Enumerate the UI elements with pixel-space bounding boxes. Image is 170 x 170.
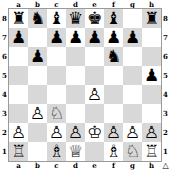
square-a1[interactable]: ♖: [9, 142, 28, 161]
square-f2[interactable]: ♙: [104, 123, 123, 142]
square-e8[interactable]: ♚: [85, 9, 104, 28]
chess-diagram: abcdefgh 87654321 ♜♞♝♛♚♝♜♟♟♟♟♟♟♟♞♟♙♙♘♙♙♙…: [0, 0, 170, 170]
square-e3[interactable]: [85, 104, 104, 123]
white-bishop: ♗: [106, 142, 121, 161]
square-g6[interactable]: [123, 47, 142, 66]
rank-label: 3: [0, 104, 9, 123]
rank-label: 4: [0, 85, 9, 104]
square-e4[interactable]: ♙: [85, 85, 104, 104]
white-pawn: ♙: [68, 123, 83, 142]
square-b6[interactable]: ♟: [28, 47, 47, 66]
square-d2[interactable]: ♙: [66, 123, 85, 142]
white-pawn: ♙: [125, 123, 140, 142]
square-d4[interactable]: [66, 85, 85, 104]
square-f1[interactable]: ♗: [104, 142, 123, 161]
file-label: e: [85, 0, 104, 9]
file-label: a: [9, 161, 28, 170]
square-b7[interactable]: [28, 28, 47, 47]
square-a2[interactable]: ♙: [9, 123, 28, 142]
white-pawn: ♙: [87, 85, 102, 104]
rank-label: 2: [161, 123, 170, 142]
square-h6[interactable]: [142, 47, 161, 66]
black-pawn: ♟: [87, 28, 102, 47]
white-knight: ♘: [49, 104, 64, 123]
square-c1[interactable]: ♗: [47, 142, 66, 161]
square-f5[interactable]: [104, 66, 123, 85]
file-labels-bottom: abcdefgh: [9, 161, 161, 170]
rank-label: 7: [0, 28, 9, 47]
file-label: b: [28, 0, 47, 9]
corner-top-right: [161, 0, 170, 9]
black-pawn: ♟: [49, 28, 64, 47]
black-pawn: ♟: [30, 47, 45, 66]
square-c8[interactable]: ♝: [47, 9, 66, 28]
black-queen: ♛: [68, 9, 83, 28]
square-h8[interactable]: ♜: [142, 9, 161, 28]
rank-label: 3: [161, 104, 170, 123]
white-to-move-triangle-icon: △: [162, 161, 168, 170]
file-label: b: [28, 161, 47, 170]
rank-label: 1: [161, 142, 170, 161]
rank-label: 2: [0, 123, 9, 142]
square-c3[interactable]: ♘: [47, 104, 66, 123]
square-d7[interactable]: ♟: [66, 28, 85, 47]
black-knight: ♞: [30, 9, 45, 28]
black-rook: ♜: [144, 9, 159, 28]
white-pawn: ♙: [11, 123, 26, 142]
file-label: c: [47, 0, 66, 9]
square-c5[interactable]: [47, 66, 66, 85]
rank-label: 6: [0, 47, 9, 66]
file-label: f: [104, 161, 123, 170]
rank-label: 7: [161, 28, 170, 47]
black-pawn: ♟: [106, 28, 121, 47]
square-c6[interactable]: [47, 47, 66, 66]
square-b5[interactable]: [28, 66, 47, 85]
square-a6[interactable]: [9, 47, 28, 66]
file-label: e: [85, 161, 104, 170]
file-label: c: [47, 161, 66, 170]
rank-label: 6: [161, 47, 170, 66]
rank-label: 5: [0, 66, 9, 85]
square-h7[interactable]: [142, 28, 161, 47]
square-f8[interactable]: ♝: [104, 9, 123, 28]
file-label: h: [142, 161, 161, 170]
black-pawn: ♟: [125, 28, 140, 47]
square-d6[interactable]: [66, 47, 85, 66]
square-f4[interactable]: [104, 85, 123, 104]
square-g5[interactable]: [123, 66, 142, 85]
square-a4[interactable]: [9, 85, 28, 104]
black-rook: ♜: [11, 9, 26, 28]
rank-label: 4: [161, 85, 170, 104]
square-g1[interactable]: ♘: [123, 142, 142, 161]
white-queen: ♕: [68, 142, 83, 161]
file-label: h: [142, 0, 161, 9]
file-label: a: [9, 0, 28, 9]
square-g7[interactable]: ♟: [123, 28, 142, 47]
square-b4[interactable]: [28, 85, 47, 104]
white-knight: ♘: [125, 142, 140, 161]
file-label: f: [104, 0, 123, 9]
square-f6[interactable]: ♞: [104, 47, 123, 66]
square-f3[interactable]: [104, 104, 123, 123]
square-c4[interactable]: [47, 85, 66, 104]
white-pawn: ♙: [49, 123, 64, 142]
black-pawn: ♟: [11, 28, 26, 47]
move-indicator: △: [161, 161, 170, 170]
corner-bottom-left: [0, 161, 9, 170]
square-e6[interactable]: [85, 47, 104, 66]
square-e7[interactable]: ♟: [85, 28, 104, 47]
rank-label: 1: [0, 142, 9, 161]
square-b1[interactable]: [28, 142, 47, 161]
file-labels-top: abcdefgh: [9, 0, 161, 9]
rank-label: 8: [161, 9, 170, 28]
white-king: ♔: [87, 123, 102, 142]
rank-label: 8: [0, 9, 9, 28]
white-rook: ♖: [144, 142, 159, 161]
square-b2[interactable]: [28, 123, 47, 142]
white-pawn: ♙: [144, 123, 159, 142]
file-label: d: [66, 0, 85, 9]
square-a7[interactable]: ♟: [9, 28, 28, 47]
square-d8[interactable]: ♛: [66, 9, 85, 28]
square-g8[interactable]: [123, 9, 142, 28]
black-knight: ♞: [106, 47, 121, 66]
corner-top-left: [0, 0, 9, 9]
black-bishop: ♝: [106, 9, 121, 28]
square-g4[interactable]: [123, 85, 142, 104]
file-label: d: [66, 161, 85, 170]
rank-label: 5: [161, 66, 170, 85]
square-h3[interactable]: [142, 104, 161, 123]
file-label: g: [123, 161, 142, 170]
square-g2[interactable]: ♙: [123, 123, 142, 142]
square-b8[interactable]: ♞: [28, 9, 47, 28]
square-g3[interactable]: [123, 104, 142, 123]
square-d5[interactable]: [66, 66, 85, 85]
rank-labels-left: 87654321: [0, 9, 9, 161]
square-e2[interactable]: ♔: [85, 123, 104, 142]
black-bishop: ♝: [49, 9, 64, 28]
square-h4[interactable]: [142, 85, 161, 104]
chess-board: ♜♞♝♛♚♝♜♟♟♟♟♟♟♟♞♟♙♙♘♙♙♙♔♙♙♙♖♗♕♗♘♖: [9, 9, 161, 161]
square-f7[interactable]: ♟: [104, 28, 123, 47]
square-a5[interactable]: [9, 66, 28, 85]
square-h1[interactable]: ♖: [142, 142, 161, 161]
square-h2[interactable]: ♙: [142, 123, 161, 142]
white-rook: ♖: [11, 142, 26, 161]
square-c7[interactable]: ♟: [47, 28, 66, 47]
square-h5[interactable]: ♟: [142, 66, 161, 85]
white-pawn: ♙: [30, 104, 45, 123]
file-label: g: [123, 0, 142, 9]
white-pawn: ♙: [106, 123, 121, 142]
square-c2[interactable]: ♙: [47, 123, 66, 142]
square-d3[interactable]: [66, 104, 85, 123]
square-a8[interactable]: ♜: [9, 9, 28, 28]
square-e5[interactable]: [85, 66, 104, 85]
black-king: ♚: [87, 9, 102, 28]
black-pawn: ♟: [68, 28, 83, 47]
square-b3[interactable]: ♙: [28, 104, 47, 123]
black-pawn: ♟: [144, 66, 159, 85]
white-bishop: ♗: [49, 142, 64, 161]
rank-labels-right: 87654321: [161, 9, 170, 161]
square-d1[interactable]: ♕: [66, 142, 85, 161]
square-a3[interactable]: [9, 104, 28, 123]
square-e1[interactable]: [85, 142, 104, 161]
